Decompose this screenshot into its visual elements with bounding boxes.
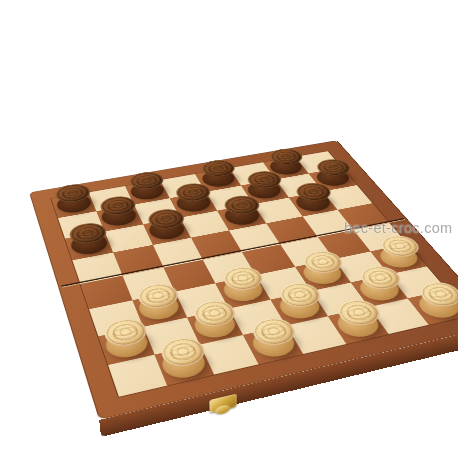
light-piece-glyph: ⛀ <box>363 267 399 289</box>
dark-piece-glyph: ⛂ <box>73 224 102 243</box>
dark-piece-glyph: ⛂ <box>299 184 329 201</box>
light-piece-glyph: ⛀ <box>306 252 340 273</box>
dark-piece-glyph: ⛂ <box>152 210 181 228</box>
watermark: bec-et-croc.com <box>344 220 452 236</box>
dark-piece-glyph: ⛂ <box>104 197 132 214</box>
light-piece[interactable]: ⛀ <box>247 328 300 362</box>
light-piece-glyph: ⛀ <box>197 301 232 325</box>
light-piece-glyph: ⛀ <box>226 268 259 290</box>
light-piece[interactable]: ⛀ <box>412 292 458 323</box>
light-piece-glyph: ⛀ <box>282 284 317 307</box>
dark-piece-glyph: ⛂ <box>227 196 257 213</box>
dark-piece[interactable]: ⛂ <box>146 219 189 244</box>
dark-piece-glyph: ⛂ <box>59 185 86 202</box>
dark-piece[interactable]: ⛂ <box>68 233 110 259</box>
dark-piece-glyph: ⛂ <box>133 172 160 188</box>
dark-piece-glyph: ⛂ <box>204 160 232 175</box>
light-piece[interactable]: ⛀ <box>158 347 210 383</box>
dark-piece-glyph: ⛂ <box>179 184 208 201</box>
dark-piece-glyph: ⛂ <box>272 149 300 164</box>
dark-piece-glyph: ⛂ <box>319 160 348 175</box>
product-photo-scene: ⛂⛂⛂⛂⛂⛂⛂⛂⛂⛂⛂⛂⛀⛀⛀⛀⛀⛀⛀⛀⛀⛀⛀⛀ bec-et-croc.com <box>0 0 458 458</box>
light-piece-glyph: ⛀ <box>383 236 418 256</box>
light-piece-glyph: ⛀ <box>341 300 378 324</box>
light-piece-glyph: ⛀ <box>165 338 201 365</box>
dark-piece[interactable]: ⛂ <box>99 206 140 230</box>
light-piece-glyph: ⛀ <box>108 320 142 345</box>
light-piece-glyph: ⛀ <box>422 283 458 306</box>
dark-piece-glyph: ⛂ <box>250 172 279 188</box>
light-piece-glyph: ⛀ <box>255 319 292 344</box>
checkers-board: ⛂⛂⛂⛂⛂⛂⛂⛂⛂⛂⛂⛂⛀⛀⛀⛀⛀⛀⛀⛀⛀⛀⛀⛀ <box>29 140 458 420</box>
square-f1[interactable]: ⛀ <box>328 307 388 344</box>
light-piece-glyph: ⛀ <box>142 285 175 308</box>
